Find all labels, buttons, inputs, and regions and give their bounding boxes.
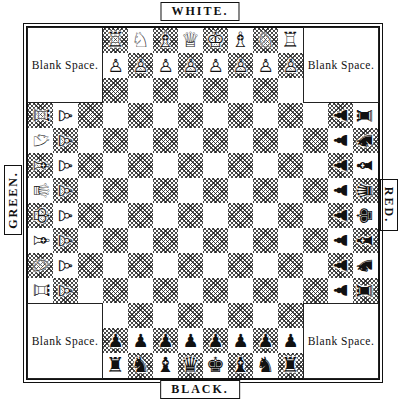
square [103, 203, 128, 228]
square [253, 253, 278, 278]
square [253, 178, 278, 203]
square [178, 128, 203, 153]
square [228, 203, 253, 228]
black-knight: ♞ [131, 353, 150, 378]
square [78, 253, 103, 278]
white-pawn: ♙ [182, 53, 198, 78]
square [128, 78, 153, 103]
black-pawn: ♟ [157, 328, 173, 353]
square [228, 78, 253, 103]
square [153, 103, 178, 128]
square [278, 253, 303, 278]
red-pawn: ♟ [328, 132, 353, 148]
square: ♘ [253, 28, 278, 53]
square [203, 253, 228, 278]
white-pawn: ♙ [232, 53, 248, 78]
blank-space-bottom-left: Blank Space. [27, 303, 103, 379]
square: ♙ [203, 53, 228, 78]
white-bishop: ♗ [156, 28, 175, 53]
green-pawn: ♙ [53, 182, 78, 198]
square [303, 178, 328, 203]
green-pawn: ♙ [53, 157, 78, 173]
square [153, 178, 178, 203]
square [128, 178, 153, 203]
square: ♜ [278, 353, 303, 378]
red-knight: ♞ [353, 256, 378, 275]
green-pawn: ♙ [53, 232, 78, 248]
black-side-label: BLACK. [160, 380, 240, 399]
square [78, 278, 103, 303]
red-pawn: ♟ [328, 157, 353, 173]
square: ♟ [178, 328, 203, 353]
square [153, 203, 178, 228]
square [253, 128, 278, 153]
square: ♙ [53, 228, 78, 253]
square [253, 103, 278, 128]
square: ♙ [153, 53, 178, 78]
square [103, 278, 128, 303]
white-knight: ♘ [131, 28, 150, 53]
square: ♙ [53, 178, 78, 203]
square: ♟ [228, 328, 253, 353]
square [253, 78, 278, 103]
square: ♛ [353, 178, 378, 203]
red-bishop: ♝ [353, 156, 378, 175]
square [153, 228, 178, 253]
square: ♙ [53, 253, 78, 278]
square [203, 303, 228, 328]
black-pawn: ♟ [282, 328, 298, 353]
red-rook: ♜ [353, 281, 378, 300]
square [303, 228, 328, 253]
square: ♖ [28, 103, 53, 128]
square: ♘ [28, 253, 53, 278]
square [153, 78, 178, 103]
square [178, 178, 203, 203]
square: ♞ [253, 353, 278, 378]
square [203, 78, 228, 103]
square: ♟ [328, 203, 353, 228]
square: ♔ [28, 203, 53, 228]
square: ♙ [53, 278, 78, 303]
square [78, 153, 103, 178]
square [253, 153, 278, 178]
square: ♟ [103, 328, 128, 353]
square: ♙ [53, 203, 78, 228]
red-pawn: ♟ [328, 257, 353, 273]
square: ♙ [178, 53, 203, 78]
square [278, 128, 303, 153]
square: ♟ [128, 328, 153, 353]
square: ♗ [153, 28, 178, 53]
square [128, 128, 153, 153]
red-bishop: ♝ [353, 231, 378, 250]
square [103, 178, 128, 203]
black-king: ♚ [206, 353, 225, 378]
square [303, 128, 328, 153]
square [128, 203, 153, 228]
square [153, 253, 178, 278]
square: ♟ [328, 228, 353, 253]
square [303, 153, 328, 178]
white-knight: ♘ [256, 28, 275, 53]
square: ♘ [28, 128, 53, 153]
square [228, 228, 253, 253]
square [178, 228, 203, 253]
square [278, 278, 303, 303]
square [153, 278, 178, 303]
square: ♟ [278, 328, 303, 353]
square [203, 203, 228, 228]
square: ♕ [178, 28, 203, 53]
square: ♖ [278, 28, 303, 53]
black-bishop: ♝ [231, 353, 250, 378]
square: ♙ [53, 128, 78, 153]
square [78, 178, 103, 203]
black-pawn: ♟ [207, 328, 223, 353]
square [228, 103, 253, 128]
square: ♟ [328, 278, 353, 303]
white-king: ♔ [206, 28, 225, 53]
square: ♝ [353, 228, 378, 253]
square [103, 103, 128, 128]
green-bishop: ♗ [28, 156, 53, 175]
square: ♙ [53, 153, 78, 178]
red-rook: ♜ [353, 106, 378, 125]
square: ♙ [103, 53, 128, 78]
square: ♜ [103, 353, 128, 378]
square: ♟ [328, 178, 353, 203]
square: ♗ [28, 228, 53, 253]
square: ♔ [203, 28, 228, 53]
square: ♚ [353, 203, 378, 228]
square: ♙ [278, 53, 303, 78]
square [303, 203, 328, 228]
green-pawn: ♙ [53, 257, 78, 273]
black-pawn: ♟ [107, 328, 123, 353]
square [203, 103, 228, 128]
square: ♗ [228, 28, 253, 53]
square [278, 153, 303, 178]
square [278, 203, 303, 228]
square [203, 153, 228, 178]
square [128, 153, 153, 178]
square: ♟ [253, 328, 278, 353]
green-pawn: ♙ [53, 107, 78, 123]
square [103, 253, 128, 278]
white-pawn: ♙ [107, 53, 123, 78]
board-frame: ♖♘♗♕♔♗♘♖♙♙♙♙♙♙♙♙♖♙♟♜♘♙♟♞♗♙♟♝♕♙♟♛♔♙♟♚♗♙♟♝… [23, 23, 383, 383]
square: ♟ [153, 328, 178, 353]
square: ♟ [328, 153, 353, 178]
square [203, 178, 228, 203]
square [78, 103, 103, 128]
green-pawn: ♙ [53, 282, 78, 298]
black-rook: ♜ [106, 353, 125, 378]
square [203, 128, 228, 153]
black-rook: ♜ [281, 353, 300, 378]
red-pawn: ♟ [328, 232, 353, 248]
square [228, 253, 253, 278]
square: ♖ [103, 28, 128, 53]
square: ♟ [328, 128, 353, 153]
square: ♕ [28, 178, 53, 203]
square [103, 78, 128, 103]
square [303, 253, 328, 278]
square [128, 303, 153, 328]
square [128, 253, 153, 278]
white-queen: ♕ [181, 28, 200, 53]
square [178, 103, 203, 128]
square: ♙ [128, 53, 153, 78]
square [303, 278, 328, 303]
square [228, 153, 253, 178]
square: ♟ [328, 103, 353, 128]
white-pawn: ♙ [132, 53, 148, 78]
square [228, 278, 253, 303]
black-bishop: ♝ [156, 353, 175, 378]
white-side-label: WHITE. [160, 2, 239, 21]
green-rook: ♖ [28, 281, 53, 300]
square [153, 128, 178, 153]
square [178, 278, 203, 303]
white-pawn: ♙ [207, 53, 223, 78]
square: ♜ [353, 103, 378, 128]
square [78, 128, 103, 153]
square [228, 128, 253, 153]
red-pawn: ♟ [328, 207, 353, 223]
square [128, 103, 153, 128]
square [178, 253, 203, 278]
square [78, 228, 103, 253]
green-pawn: ♙ [53, 207, 78, 223]
square [228, 303, 253, 328]
square [128, 278, 153, 303]
page: WHITE. GREEN. RED. ♖♘♗♕♔♗♘♖♙♙♙♙♙♙♙♙♖♙♟♜♘… [0, 0, 400, 401]
black-pawn: ♟ [257, 328, 273, 353]
green-rook: ♖ [28, 106, 53, 125]
white-pawn: ♙ [257, 53, 273, 78]
green-knight: ♘ [28, 256, 53, 275]
white-bishop: ♗ [231, 28, 250, 53]
square [253, 278, 278, 303]
square [178, 78, 203, 103]
square [103, 303, 128, 328]
square: ♗ [28, 153, 53, 178]
square [253, 303, 278, 328]
square [103, 228, 128, 253]
black-knight: ♞ [256, 353, 275, 378]
board-inner: ♖♘♗♕♔♗♘♖♙♙♙♙♙♙♙♙♖♙♟♜♘♙♟♞♗♙♟♝♕♙♟♛♔♙♟♚♗♙♟♝… [26, 26, 380, 380]
square [103, 128, 128, 153]
black-queen: ♛ [181, 353, 200, 378]
square: ♚ [203, 353, 228, 378]
square [253, 228, 278, 253]
green-pawn: ♙ [53, 132, 78, 148]
square: ♖ [28, 278, 53, 303]
square [203, 228, 228, 253]
square [103, 153, 128, 178]
black-pawn: ♟ [232, 328, 248, 353]
square: ♟ [203, 328, 228, 353]
square [278, 78, 303, 103]
green-bishop: ♗ [28, 231, 53, 250]
white-rook: ♖ [106, 28, 125, 53]
square [78, 203, 103, 228]
square: ♙ [53, 103, 78, 128]
square [228, 178, 253, 203]
square: ♝ [153, 353, 178, 378]
red-queen: ♛ [353, 181, 378, 200]
square: ♛ [178, 353, 203, 378]
black-pawn: ♟ [132, 328, 148, 353]
square [278, 103, 303, 128]
square: ♙ [228, 53, 253, 78]
black-pawn: ♟ [182, 328, 198, 353]
square [178, 303, 203, 328]
square [278, 228, 303, 253]
red-king: ♚ [353, 206, 378, 225]
square [203, 278, 228, 303]
square [153, 303, 178, 328]
square: ♞ [353, 128, 378, 153]
white-pawn: ♙ [157, 53, 173, 78]
square: ♞ [128, 353, 153, 378]
red-knight: ♞ [353, 131, 378, 150]
green-king: ♔ [28, 206, 53, 225]
square [253, 203, 278, 228]
square [303, 103, 328, 128]
blank-space-top-left: Blank Space. [27, 27, 103, 103]
white-pawn: ♙ [282, 53, 298, 78]
square: ♝ [353, 153, 378, 178]
blank-space-bottom-right: Blank Space. [303, 303, 379, 379]
square: ♟ [328, 253, 353, 278]
square [278, 178, 303, 203]
square [178, 153, 203, 178]
red-pawn: ♟ [328, 107, 353, 123]
square [128, 228, 153, 253]
square: ♝ [228, 353, 253, 378]
square: ♞ [353, 253, 378, 278]
square: ♘ [128, 28, 153, 53]
square [278, 303, 303, 328]
red-pawn: ♟ [328, 282, 353, 298]
square [178, 203, 203, 228]
square [153, 153, 178, 178]
white-rook: ♖ [281, 28, 300, 53]
green-side-label: GREEN. [4, 165, 22, 235]
green-queen: ♕ [28, 181, 53, 200]
square: ♙ [253, 53, 278, 78]
square: ♜ [353, 278, 378, 303]
blank-space-top-right: Blank Space. [303, 27, 379, 103]
green-knight: ♘ [28, 131, 53, 150]
red-pawn: ♟ [328, 182, 353, 198]
